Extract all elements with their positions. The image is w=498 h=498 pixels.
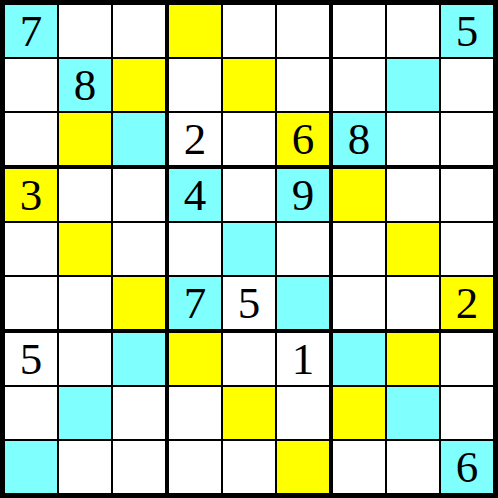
cell-r9c5[interactable] <box>223 441 277 493</box>
cell-r5c3[interactable] <box>113 223 169 277</box>
cell-r9c9[interactable]: 6 <box>441 441 493 493</box>
cell-r7c7[interactable] <box>333 333 387 387</box>
cell-r1c2[interactable] <box>59 5 113 59</box>
cell-r5c8[interactable] <box>387 223 441 277</box>
cell-r4c9[interactable] <box>441 169 493 223</box>
cell-r8c7[interactable] <box>333 387 387 441</box>
cell-r8c9[interactable] <box>441 387 493 441</box>
cell-r1c3[interactable] <box>113 5 169 59</box>
cell-r7c1[interactable]: 5 <box>5 333 59 387</box>
cell-r7c3[interactable] <box>113 333 169 387</box>
cell-r7c6[interactable]: 1 <box>277 333 333 387</box>
cell-r8c3[interactable] <box>113 387 169 441</box>
cell-r2c7[interactable] <box>333 59 387 113</box>
cell-r3c3[interactable] <box>113 113 169 169</box>
cell-r7c2[interactable] <box>59 333 113 387</box>
cell-r1c5[interactable] <box>223 5 277 59</box>
cell-r6c5[interactable]: 5 <box>223 277 277 333</box>
cell-r4c3[interactable] <box>113 169 169 223</box>
cell-r5c7[interactable] <box>333 223 387 277</box>
cell-r5c2[interactable] <box>59 223 113 277</box>
cell-r2c6[interactable] <box>277 59 333 113</box>
cell-r2c9[interactable] <box>441 59 493 113</box>
cell-r4c6[interactable]: 9 <box>277 169 333 223</box>
cell-r9c1[interactable] <box>5 441 59 493</box>
cell-r9c2[interactable] <box>59 441 113 493</box>
cell-r5c4[interactable] <box>169 223 223 277</box>
cell-r3c9[interactable] <box>441 113 493 169</box>
cell-r7c5[interactable] <box>223 333 277 387</box>
cell-r4c1[interactable]: 3 <box>5 169 59 223</box>
cell-r8c1[interactable] <box>5 387 59 441</box>
cell-r2c5[interactable] <box>223 59 277 113</box>
cell-r7c4[interactable] <box>169 333 223 387</box>
cell-r6c1[interactable] <box>5 277 59 333</box>
cell-r6c6[interactable] <box>277 277 333 333</box>
cell-r6c8[interactable] <box>387 277 441 333</box>
cell-r8c2[interactable] <box>59 387 113 441</box>
cell-r9c3[interactable] <box>113 441 169 493</box>
cell-r6c3[interactable] <box>113 277 169 333</box>
cell-r4c5[interactable] <box>223 169 277 223</box>
cell-r1c9[interactable]: 5 <box>441 5 493 59</box>
cell-r6c4[interactable]: 7 <box>169 277 223 333</box>
cell-r6c7[interactable] <box>333 277 387 333</box>
cell-r9c4[interactable] <box>169 441 223 493</box>
cell-r3c1[interactable] <box>5 113 59 169</box>
cell-r7c9[interactable] <box>441 333 493 387</box>
cell-r8c4[interactable] <box>169 387 223 441</box>
cell-r4c2[interactable] <box>59 169 113 223</box>
cell-r8c6[interactable] <box>277 387 333 441</box>
cell-r8c8[interactable] <box>387 387 441 441</box>
cell-r3c7[interactable]: 8 <box>333 113 387 169</box>
cell-r3c8[interactable] <box>387 113 441 169</box>
cell-r1c1[interactable]: 7 <box>5 5 59 59</box>
cell-r5c1[interactable] <box>5 223 59 277</box>
cell-r1c8[interactable] <box>387 5 441 59</box>
cell-r3c6[interactable]: 6 <box>277 113 333 169</box>
cell-r1c4[interactable] <box>169 5 223 59</box>
cell-r4c8[interactable] <box>387 169 441 223</box>
cell-r9c7[interactable] <box>333 441 387 493</box>
cell-r8c5[interactable] <box>223 387 277 441</box>
cell-r2c1[interactable] <box>5 59 59 113</box>
cell-r7c8[interactable] <box>387 333 441 387</box>
cell-r4c7[interactable] <box>333 169 387 223</box>
cell-r1c6[interactable] <box>277 5 333 59</box>
cell-r3c5[interactable] <box>223 113 277 169</box>
cell-r1c7[interactable] <box>333 5 387 59</box>
cell-r2c3[interactable] <box>113 59 169 113</box>
cell-r6c2[interactable] <box>59 277 113 333</box>
cell-r3c4[interactable]: 2 <box>169 113 223 169</box>
cell-r5c9[interactable] <box>441 223 493 277</box>
cell-r9c8[interactable] <box>387 441 441 493</box>
cell-r2c2[interactable]: 8 <box>59 59 113 113</box>
cell-r2c4[interactable] <box>169 59 223 113</box>
cell-r6c9[interactable]: 2 <box>441 277 493 333</box>
cell-r5c6[interactable] <box>277 223 333 277</box>
cell-r4c4[interactable]: 4 <box>169 169 223 223</box>
cell-r2c8[interactable] <box>387 59 441 113</box>
cell-r5c5[interactable] <box>223 223 277 277</box>
cell-r9c6[interactable] <box>277 441 333 493</box>
sudoku-board: 758268349752516 <box>0 0 498 498</box>
cell-r3c2[interactable] <box>59 113 113 169</box>
